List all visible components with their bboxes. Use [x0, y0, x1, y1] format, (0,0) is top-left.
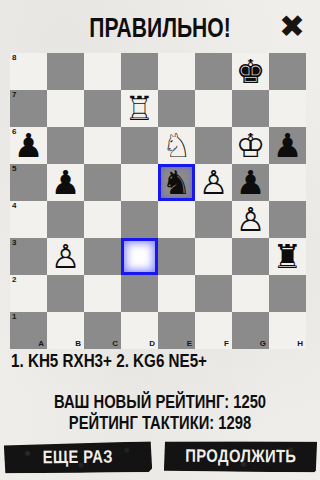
square-e1[interactable]: E — [158, 312, 195, 349]
rank-label-4: 4 — [12, 202, 16, 210]
square-c6[interactable] — [84, 127, 121, 164]
square-h8[interactable] — [269, 53, 306, 90]
file-label-h: H — [297, 340, 303, 348]
piece-black-rook: ♜ — [269, 238, 306, 275]
chess-board: 8♚7♖♟6♘♔♟5♟♞♙♟4♙3♙♜21ABCDEFGH — [10, 53, 306, 349]
rank-label-8: 8 — [12, 54, 16, 62]
file-label-c: C — [112, 340, 118, 348]
piece-white-pawn: ♙ — [47, 238, 84, 275]
piece-white-knight: ♘ — [158, 127, 195, 164]
file-label-a: A — [38, 340, 44, 348]
square-d8[interactable] — [121, 53, 158, 90]
square-e5[interactable]: ♞ — [158, 164, 195, 201]
square-e4[interactable] — [158, 201, 195, 238]
square-e2[interactable] — [158, 275, 195, 312]
square-c5[interactable] — [84, 164, 121, 201]
square-b6[interactable] — [47, 127, 84, 164]
square-f3[interactable] — [195, 238, 232, 275]
square-e3[interactable] — [158, 238, 195, 275]
square-g1[interactable]: G — [232, 312, 269, 349]
square-h1[interactable]: H — [269, 312, 306, 349]
square-h5[interactable] — [269, 164, 306, 201]
square-a3[interactable]: 3 — [10, 238, 47, 275]
again-button[interactable]: ЕЩЕ РАЗ — [4, 441, 152, 474]
move-list: 1. KH5 RXH3+ 2. KG6 NE5+ — [11, 350, 259, 372]
square-d2[interactable] — [121, 275, 158, 312]
square-g8[interactable]: ♚ — [232, 53, 269, 90]
result-title: ПРАВИЛЬНО! — [35, 13, 285, 44]
piece-black-king: ♚ — [232, 53, 269, 90]
file-label-d: D — [149, 340, 155, 348]
square-h3[interactable]: ♜ — [269, 238, 306, 275]
rank-label-5: 5 — [12, 165, 16, 173]
square-f7[interactable] — [195, 90, 232, 127]
square-g7[interactable] — [232, 90, 269, 127]
square-a2[interactable]: 2 — [10, 275, 47, 312]
square-g5[interactable]: ♟ — [232, 164, 269, 201]
new-rating-line: ВАШ НОВЫЙ РЕЙТИНГ: 1250 — [29, 392, 291, 413]
square-d4[interactable] — [121, 201, 158, 238]
square-a1[interactable]: 1A — [10, 312, 47, 349]
square-f8[interactable] — [195, 53, 232, 90]
again-button-label: ЕЩЕ РАЗ — [43, 447, 113, 469]
square-c1[interactable]: C — [84, 312, 121, 349]
square-g2[interactable] — [232, 275, 269, 312]
square-a4[interactable]: 4 — [10, 201, 47, 238]
new-rating-label: ВАШ НОВЫЙ РЕЙТИНГ: — [54, 392, 229, 412]
square-h2[interactable] — [269, 275, 306, 312]
rank-label-2: 2 — [12, 276, 16, 284]
new-rating-value: 1250 — [233, 392, 266, 412]
square-e7[interactable] — [158, 90, 195, 127]
rank-label-3: 3 — [12, 239, 16, 247]
piece-white-pawn: ♙ — [195, 164, 232, 201]
square-d1[interactable]: D — [121, 312, 158, 349]
square-b4[interactable] — [47, 201, 84, 238]
continue-button-label: ПРОДОЛЖИТЬ — [185, 446, 296, 468]
piece-black-knight: ♞ — [158, 164, 195, 201]
tactics-rating-value: 1298 — [218, 413, 251, 433]
square-f2[interactable] — [195, 275, 232, 312]
square-f5[interactable]: ♙ — [195, 164, 232, 201]
square-b2[interactable] — [47, 275, 84, 312]
piece-black-pawn: ♟ — [269, 127, 306, 164]
piece-white-rook: ♖ — [121, 90, 158, 127]
square-a5[interactable]: 5 — [10, 164, 47, 201]
square-f1[interactable]: F — [195, 312, 232, 349]
square-b5[interactable]: ♟ — [47, 164, 84, 201]
piece-black-pawn: ♟ — [232, 164, 269, 201]
square-b8[interactable] — [47, 53, 84, 90]
piece-white-king: ♔ — [232, 127, 269, 164]
square-c2[interactable] — [84, 275, 121, 312]
close-icon[interactable]: ✖ — [274, 6, 310, 46]
square-c4[interactable] — [84, 201, 121, 238]
square-g6[interactable]: ♔ — [232, 127, 269, 164]
piece-white-pawn: ♙ — [232, 201, 269, 238]
continue-button[interactable]: ПРОДОЛЖИТЬ — [164, 441, 317, 473]
square-e6[interactable]: ♘ — [158, 127, 195, 164]
ratings-block: ВАШ НОВЫЙ РЕЙТИНГ: 1250 РЕЙТИНГ ТАКТИКИ:… — [0, 392, 320, 434]
square-h7[interactable] — [269, 90, 306, 127]
square-a8[interactable]: 8 — [10, 53, 47, 90]
piece-black-pawn: ♟ — [47, 164, 84, 201]
rank-label-7: 7 — [12, 91, 16, 99]
square-b3[interactable]: ♙ — [47, 238, 84, 275]
square-c7[interactable] — [84, 90, 121, 127]
tactics-rating-label: РЕЙТИНГ ТАКТИКИ: — [69, 413, 214, 433]
square-d5[interactable] — [121, 164, 158, 201]
square-d3[interactable] — [121, 238, 158, 275]
square-f6[interactable] — [195, 127, 232, 164]
square-b1[interactable]: B — [47, 312, 84, 349]
file-label-g: G — [260, 340, 266, 348]
rank-label-1: 1 — [12, 313, 16, 321]
square-f4[interactable] — [195, 201, 232, 238]
square-d7[interactable]: ♖ — [121, 90, 158, 127]
square-g3[interactable] — [232, 238, 269, 275]
square-b7[interactable] — [47, 90, 84, 127]
tactics-rating-line: РЕЙТИНГ ТАКТИКИ: 1298 — [29, 413, 291, 434]
square-e8[interactable] — [158, 53, 195, 90]
square-h6[interactable]: ♟ — [269, 127, 306, 164]
file-label-b: B — [75, 340, 81, 348]
square-d6[interactable] — [121, 127, 158, 164]
square-h4[interactable] — [269, 201, 306, 238]
square-c3[interactable] — [84, 238, 121, 275]
file-label-f: F — [224, 340, 229, 348]
square-a6[interactable]: ♟6 — [10, 127, 47, 164]
square-a7[interactable]: 7 — [10, 90, 47, 127]
square-g4[interactable]: ♙ — [232, 201, 269, 238]
file-label-e: E — [187, 340, 192, 348]
rank-label-6: 6 — [12, 128, 16, 136]
square-c8[interactable] — [84, 53, 121, 90]
